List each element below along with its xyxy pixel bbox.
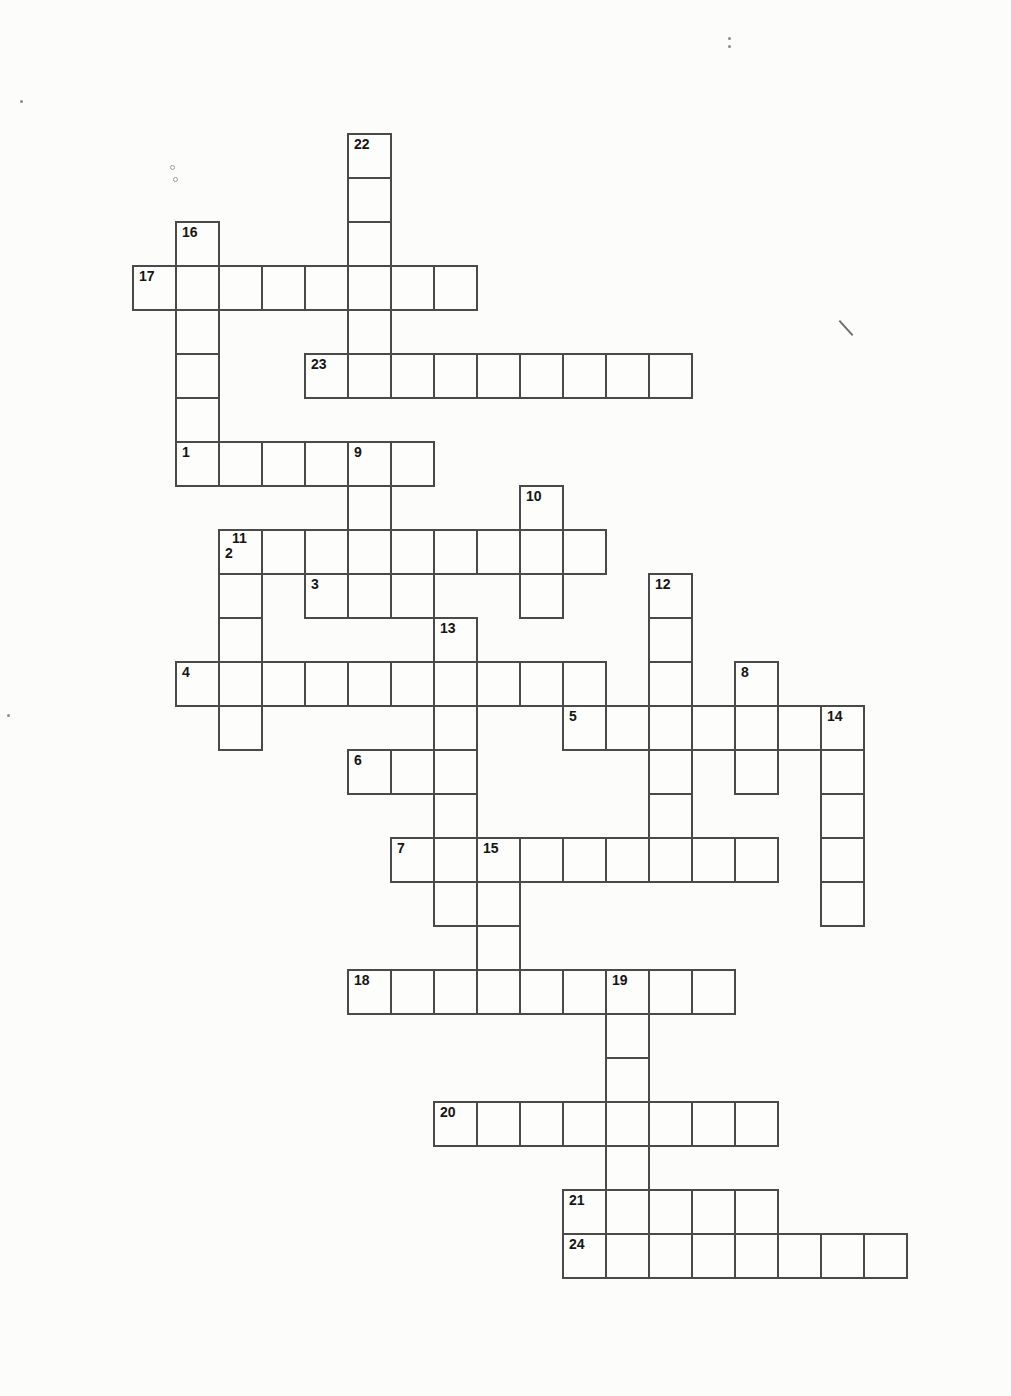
- cell-r24c12[interactable]: [648, 1189, 693, 1235]
- cell-r24c13[interactable]: [691, 1189, 736, 1235]
- scan-artifact: [170, 165, 175, 170]
- cell-r9c8[interactable]: [476, 529, 521, 575]
- scan-artifact: [728, 37, 731, 40]
- cell-r1c5[interactable]: [347, 177, 392, 223]
- cell-r13c11[interactable]: [605, 705, 650, 751]
- cell-r18c8[interactable]: [476, 925, 521, 971]
- cell-r5c5[interactable]: [347, 353, 392, 399]
- scanned-crossword-page: 221617231910112312134851467151819202124: [0, 0, 1011, 1396]
- clue-number-7: 7: [397, 841, 405, 855]
- cell-r25c12[interactable]: [648, 1233, 693, 1279]
- cell-r16c7[interactable]: [433, 837, 478, 883]
- clue-number-18: 18: [354, 973, 370, 987]
- cell-r5c7[interactable]: [433, 353, 478, 399]
- cell-r17c7[interactable]: [433, 881, 478, 927]
- cell-r16c13[interactable]: [691, 837, 736, 883]
- cell-r7c6[interactable]: [390, 441, 435, 487]
- cell-r16c14[interactable]: [734, 837, 779, 883]
- cell-r20c11[interactable]: [605, 1013, 650, 1059]
- cell-r12c8[interactable]: [476, 661, 521, 707]
- cell-r5c11[interactable]: [605, 353, 650, 399]
- clue-number-8: 8: [741, 665, 749, 679]
- cell-r15c12[interactable]: [648, 793, 693, 839]
- cell-r23c11[interactable]: [605, 1145, 650, 1191]
- cell-r14c6[interactable]: [390, 749, 435, 795]
- cell-r22c8[interactable]: [476, 1101, 521, 1147]
- cell-r12c6[interactable]: [390, 661, 435, 707]
- cell-r12c10[interactable]: [562, 661, 607, 707]
- clue-number-3: 3: [311, 577, 319, 591]
- scan-artifact: [20, 100, 23, 103]
- scan-artifact: [728, 45, 731, 48]
- cell-r19c10[interactable]: [562, 969, 607, 1015]
- cell-r8c5[interactable]: [347, 485, 392, 531]
- cell-r24c11[interactable]: [605, 1189, 650, 1235]
- clue-number-19: 19: [612, 973, 628, 987]
- cell-r12c2[interactable]: [218, 661, 263, 707]
- cell-r15c7[interactable]: [433, 793, 478, 839]
- cell-r3c3[interactable]: [261, 265, 306, 311]
- cell-r12c12[interactable]: [648, 661, 693, 707]
- cell-r13c7[interactable]: [433, 705, 478, 751]
- cell-r11c12[interactable]: [648, 617, 693, 663]
- cell-r19c9[interactable]: [519, 969, 564, 1015]
- clue-number-6: 6: [354, 753, 362, 767]
- cell-r5c12[interactable]: [648, 353, 693, 399]
- clue-number-2: 2: [225, 546, 233, 560]
- cell-r25c17[interactable]: [863, 1233, 908, 1279]
- cell-r9c4[interactable]: [304, 529, 349, 575]
- clue-number-9: 9: [354, 445, 362, 459]
- cell-r25c13[interactable]: [691, 1233, 736, 1279]
- cell-r13c15[interactable]: [777, 705, 822, 751]
- cell-r19c6[interactable]: [390, 969, 435, 1015]
- cell-r6c1[interactable]: [175, 397, 220, 443]
- cell-r3c1[interactable]: [175, 265, 220, 311]
- cell-r10c5[interactable]: [347, 573, 392, 619]
- clue-number-14: 14: [827, 709, 843, 723]
- cell-r15c16[interactable]: [820, 793, 865, 839]
- cell-r25c15[interactable]: [777, 1233, 822, 1279]
- cell-r3c2[interactable]: [218, 265, 263, 311]
- cell-r3c7[interactable]: [433, 265, 478, 311]
- clue-number-16: 16: [182, 225, 198, 239]
- cell-r10c9[interactable]: [519, 573, 564, 619]
- cell-r14c12[interactable]: [648, 749, 693, 795]
- cell-r22c14[interactable]: [734, 1101, 779, 1147]
- cell-r16c11[interactable]: [605, 837, 650, 883]
- cell-r16c12[interactable]: [648, 837, 693, 883]
- clue-number-22: 22: [354, 137, 370, 151]
- cell-r9c9[interactable]: [519, 529, 564, 575]
- clue-number-4: 4: [182, 665, 190, 679]
- cell-r5c10[interactable]: [562, 353, 607, 399]
- cell-r9c6[interactable]: [390, 529, 435, 575]
- cell-r13c12[interactable]: [648, 705, 693, 751]
- cell-r13c2[interactable]: [218, 705, 263, 751]
- cell-r9c3[interactable]: [261, 529, 306, 575]
- cell-r14c16[interactable]: [820, 749, 865, 795]
- cell-r9c10[interactable]: [562, 529, 607, 575]
- clue-number-23: 23: [311, 357, 327, 371]
- cell-r12c7[interactable]: [433, 661, 478, 707]
- cell-r12c9[interactable]: [519, 661, 564, 707]
- cell-r22c11[interactable]: [605, 1101, 650, 1147]
- cell-r9c7[interactable]: [433, 529, 478, 575]
- cell-r19c13[interactable]: [691, 969, 736, 1015]
- cell-r16c16[interactable]: [820, 837, 865, 883]
- cell-r19c12[interactable]: [648, 969, 693, 1015]
- scan-artifact: [173, 177, 178, 182]
- cell-r17c8[interactable]: [476, 881, 521, 927]
- clue-number-10: 10: [526, 489, 542, 503]
- clue-number-13: 13: [440, 621, 456, 635]
- clue-number-24: 24: [569, 1237, 585, 1251]
- cell-r12c5[interactable]: [347, 661, 392, 707]
- cell-r25c11[interactable]: [605, 1233, 650, 1279]
- cell-r7c2[interactable]: [218, 441, 263, 487]
- cell-r10c2[interactable]: [218, 573, 263, 619]
- crossword-grid: 221617231910112312134851467151819202124: [132, 133, 906, 1277]
- cell-r19c8[interactable]: [476, 969, 521, 1015]
- cell-r21c11[interactable]: [605, 1057, 650, 1103]
- cell-r14c14[interactable]: [734, 749, 779, 795]
- cell-r13c13[interactable]: [691, 705, 736, 751]
- cell-r13c14[interactable]: [734, 705, 779, 751]
- cell-r22c13[interactable]: [691, 1101, 736, 1147]
- clue-number-5: 5: [569, 709, 577, 723]
- cell-r24c14[interactable]: [734, 1189, 779, 1235]
- clue-number-21: 21: [569, 1193, 585, 1207]
- cell-r19c7[interactable]: [433, 969, 478, 1015]
- cell-r3c6[interactable]: [390, 265, 435, 311]
- cell-r7c4[interactable]: [304, 441, 349, 487]
- cell-r22c10[interactable]: [562, 1101, 607, 1147]
- cell-r5c8[interactable]: [476, 353, 521, 399]
- cell-r16c9[interactable]: [519, 837, 564, 883]
- scan-artifact: [7, 714, 10, 717]
- cell-r16c10[interactable]: [562, 837, 607, 883]
- clue-number-1: 1: [182, 445, 190, 459]
- cell-r3c5[interactable]: [347, 265, 392, 311]
- cell-r25c16[interactable]: [820, 1233, 865, 1279]
- cell-r9c5[interactable]: [347, 529, 392, 575]
- cell-r10c6[interactable]: [390, 573, 435, 619]
- cell-r22c12[interactable]: [648, 1101, 693, 1147]
- cell-r4c1[interactable]: [175, 309, 220, 355]
- cell-r5c6[interactable]: [390, 353, 435, 399]
- cell-r5c1[interactable]: [175, 353, 220, 399]
- clue-number-20: 20: [440, 1105, 456, 1119]
- cell-r12c4[interactable]: [304, 661, 349, 707]
- cell-r5c9[interactable]: [519, 353, 564, 399]
- cell-r11c2[interactable]: [218, 617, 263, 663]
- cell-r2c5[interactable]: [347, 221, 392, 267]
- cell-r25c14[interactable]: [734, 1233, 779, 1279]
- cell-r7c3[interactable]: [261, 441, 306, 487]
- cell-r17c16[interactable]: [820, 881, 865, 927]
- cell-r4c5[interactable]: [347, 309, 392, 355]
- cell-r12c3[interactable]: [261, 661, 306, 707]
- clue-number-11: 11: [232, 531, 247, 545]
- clue-number-12: 12: [655, 577, 671, 591]
- cell-r14c7[interactable]: [433, 749, 478, 795]
- cell-r3c4[interactable]: [304, 265, 349, 311]
- clue-number-15: 15: [483, 841, 499, 855]
- cell-r22c9[interactable]: [519, 1101, 564, 1147]
- clue-number-17: 17: [139, 269, 155, 283]
